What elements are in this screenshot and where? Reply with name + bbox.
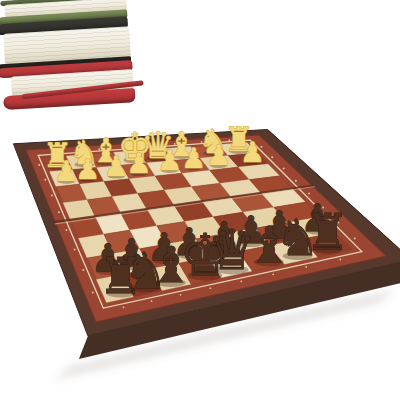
border-coordinate-mark	[271, 156, 273, 158]
piece-white-pawn[interactable]: ♟	[75, 153, 100, 186]
piece-white-pawn[interactable]: ♟	[206, 139, 231, 172]
piece-white-pawn[interactable]: ♟	[181, 142, 206, 175]
border-coordinate-mark	[66, 229, 68, 231]
border-coordinate-mark	[354, 238, 356, 240]
border-coordinate-mark	[295, 180, 297, 182]
piece-white-pawn[interactable]: ♟	[157, 144, 182, 177]
product-photo: ♜♞♝♚♛♝♞♜♟♟♟♟♟♟♟♟♟♟♟♟♟♟♟♟♜♞♝♚♛♝♞♜	[0, 0, 400, 400]
border-coordinate-mark	[51, 194, 53, 196]
border-coordinate-mark	[58, 211, 60, 213]
border-coordinate-mark	[44, 179, 46, 181]
border-coordinate-mark	[308, 193, 310, 195]
border-coordinate-mark	[123, 307, 125, 309]
border-coordinate-mark	[151, 300, 153, 302]
border-coordinate-mark	[38, 164, 40, 166]
border-coordinate-mark	[283, 168, 285, 170]
piece-white-pawn[interactable]: ♟	[104, 150, 129, 183]
piece-white-pawn[interactable]: ♟	[126, 147, 151, 180]
book-stack	[0, 0, 160, 128]
border-coordinate-mark	[74, 248, 76, 250]
piece-black-rook[interactable]: ♜	[305, 203, 350, 261]
border-coordinate-mark	[272, 273, 274, 275]
border-coordinate-mark	[82, 269, 84, 271]
piece-white-pawn[interactable]: ♟	[240, 136, 265, 169]
border-coordinate-mark	[92, 292, 94, 294]
